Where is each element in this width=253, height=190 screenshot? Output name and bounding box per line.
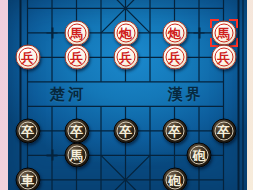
black-soldier[interactable]: 卒	[162, 118, 187, 143]
red-soldier[interactable]: 兵	[211, 45, 236, 70]
red-horse[interactable]: 馬	[64, 20, 89, 45]
black-horse[interactable]: 馬	[64, 143, 89, 168]
xiangqi-board[interactable]: 楚河 漢界 馬炮炮馬兵兵兵兵兵卒卒卒卒卒馬砲車砲	[8, 0, 247, 190]
red-soldier-glyph: 兵	[119, 51, 132, 64]
red-horse-glyph: 馬	[217, 26, 230, 39]
black-cannon[interactable]: 砲	[187, 143, 212, 168]
black-chariot[interactable]: 車	[15, 167, 40, 190]
red-cannon-glyph: 炮	[119, 26, 132, 39]
black-soldier-glyph: 卒	[168, 124, 181, 137]
red-soldier-glyph: 兵	[70, 51, 83, 64]
red-cannon[interactable]: 炮	[162, 20, 187, 45]
river-label-left: 楚河	[50, 84, 86, 103]
river-label-right: 漢界	[168, 85, 204, 104]
black-chariot-glyph: 車	[21, 173, 34, 186]
position-marker	[194, 27, 205, 38]
red-soldier-glyph: 兵	[217, 51, 230, 64]
black-soldier-glyph: 卒	[21, 124, 34, 137]
black-soldier-glyph: 卒	[217, 124, 230, 137]
red-horse-glyph: 馬	[70, 26, 83, 39]
black-soldier[interactable]: 卒	[64, 118, 89, 143]
black-horse-glyph: 馬	[70, 149, 83, 162]
black-cannon-glyph: 砲	[168, 173, 181, 186]
red-soldier-glyph: 兵	[168, 51, 181, 64]
black-soldier[interactable]: 卒	[15, 118, 40, 143]
red-soldier[interactable]: 兵	[15, 45, 40, 70]
black-soldier-glyph: 卒	[70, 124, 83, 137]
black-soldier[interactable]: 卒	[113, 118, 138, 143]
red-soldier-glyph: 兵	[21, 51, 34, 64]
black-cannon-glyph: 砲	[193, 149, 206, 162]
red-soldier[interactable]: 兵	[64, 45, 89, 70]
red-soldier[interactable]: 兵	[162, 45, 187, 70]
position-marker	[47, 150, 58, 161]
red-soldier[interactable]: 兵	[113, 45, 138, 70]
red-horse[interactable]: 馬	[211, 20, 236, 45]
screenshot-root: 楚河 漢界 馬炮炮馬兵兵兵兵兵卒卒卒卒卒馬砲車砲	[0, 0, 253, 190]
black-soldier-glyph: 卒	[119, 124, 132, 137]
red-cannon[interactable]: 炮	[113, 20, 138, 45]
black-cannon[interactable]: 砲	[162, 167, 187, 190]
red-cannon-glyph: 炮	[168, 26, 181, 39]
position-marker	[47, 27, 58, 38]
black-soldier[interactable]: 卒	[211, 118, 236, 143]
